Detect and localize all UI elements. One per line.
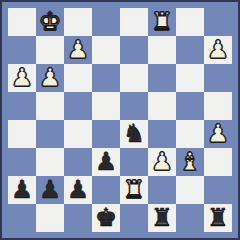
square-e5[interactable] xyxy=(120,92,148,120)
square-g1[interactable] xyxy=(176,204,204,232)
white-pawn-piece: ♟ xyxy=(11,64,33,92)
square-c8[interactable] xyxy=(64,8,92,36)
square-g2[interactable] xyxy=(176,176,204,204)
square-c5[interactable] xyxy=(64,92,92,120)
square-c4[interactable] xyxy=(64,120,92,148)
white-rook-piece: ♜ xyxy=(151,8,173,36)
black-rook-piece: ♜ xyxy=(151,204,173,232)
square-e2[interactable]: ♜ xyxy=(120,176,148,204)
white-pawn-piece: ♟ xyxy=(207,120,229,148)
square-h5[interactable] xyxy=(204,92,232,120)
square-d6[interactable] xyxy=(92,64,120,92)
square-h3[interactable] xyxy=(204,148,232,176)
square-d7[interactable] xyxy=(92,36,120,64)
square-d1[interactable]: ♚ xyxy=(92,204,120,232)
square-c3[interactable] xyxy=(64,148,92,176)
square-b2[interactable]: ♟ xyxy=(36,176,64,204)
square-b1[interactable] xyxy=(36,204,64,232)
square-c6[interactable] xyxy=(64,64,92,92)
square-h1[interactable]: ♜ xyxy=(204,204,232,232)
square-g4[interactable] xyxy=(176,120,204,148)
square-a5[interactable] xyxy=(8,92,36,120)
square-e3[interactable] xyxy=(120,148,148,176)
square-b3[interactable] xyxy=(36,148,64,176)
square-a7[interactable] xyxy=(8,36,36,64)
square-e6[interactable] xyxy=(120,64,148,92)
square-a4[interactable] xyxy=(8,120,36,148)
square-g7[interactable] xyxy=(176,36,204,64)
square-h8[interactable] xyxy=(204,8,232,36)
white-pawn-piece: ♟ xyxy=(67,36,89,64)
square-f6[interactable] xyxy=(148,64,176,92)
white-pawn-piece: ♟ xyxy=(151,148,173,176)
square-a3[interactable] xyxy=(8,148,36,176)
square-b7[interactable] xyxy=(36,36,64,64)
square-f5[interactable] xyxy=(148,92,176,120)
square-h4[interactable]: ♟ xyxy=(204,120,232,148)
square-a1[interactable] xyxy=(8,204,36,232)
square-d2[interactable] xyxy=(92,176,120,204)
square-h6[interactable] xyxy=(204,64,232,92)
square-a2[interactable]: ♟ xyxy=(8,176,36,204)
square-g5[interactable] xyxy=(176,92,204,120)
square-b8[interactable]: ♚ xyxy=(36,8,64,36)
white-bishop-piece: ♝ xyxy=(179,148,201,176)
square-a8[interactable] xyxy=(8,8,36,36)
square-b5[interactable] xyxy=(36,92,64,120)
square-d8[interactable] xyxy=(92,8,120,36)
square-d3[interactable]: ♟ xyxy=(92,148,120,176)
square-e1[interactable] xyxy=(120,204,148,232)
black-pawn-piece: ♟ xyxy=(95,148,117,176)
white-rook-piece: ♜ xyxy=(123,176,145,204)
square-g6[interactable] xyxy=(176,64,204,92)
square-c1[interactable] xyxy=(64,204,92,232)
white-king-piece: ♚ xyxy=(39,8,61,36)
square-d5[interactable] xyxy=(92,92,120,120)
chess-diagram: ♚♜♟♟♟♟♞♟♟♟♝♟♟♟♜♚♜♜ xyxy=(0,0,240,240)
black-pawn-piece: ♟ xyxy=(67,176,89,204)
square-e7[interactable] xyxy=(120,36,148,64)
square-d4[interactable] xyxy=(92,120,120,148)
square-f2[interactable] xyxy=(148,176,176,204)
square-b4[interactable] xyxy=(36,120,64,148)
square-f4[interactable] xyxy=(148,120,176,148)
black-rook-piece: ♜ xyxy=(207,204,229,232)
square-f8[interactable]: ♜ xyxy=(148,8,176,36)
square-c7[interactable]: ♟ xyxy=(64,36,92,64)
white-pawn-piece: ♟ xyxy=(207,36,229,64)
square-e8[interactable] xyxy=(120,8,148,36)
square-f3[interactable]: ♟ xyxy=(148,148,176,176)
white-pawn-piece: ♟ xyxy=(39,64,61,92)
square-f1[interactable]: ♜ xyxy=(148,204,176,232)
black-pawn-piece: ♟ xyxy=(39,176,61,204)
square-b6[interactable]: ♟ xyxy=(36,64,64,92)
black-king-piece: ♚ xyxy=(95,204,117,232)
square-c2[interactable]: ♟ xyxy=(64,176,92,204)
black-knight-piece: ♞ xyxy=(123,120,145,148)
chess-board: ♚♜♟♟♟♟♞♟♟♟♝♟♟♟♜♚♜♜ xyxy=(8,8,232,232)
square-a6[interactable]: ♟ xyxy=(8,64,36,92)
square-e4[interactable]: ♞ xyxy=(120,120,148,148)
square-h2[interactable] xyxy=(204,176,232,204)
square-g8[interactable] xyxy=(176,8,204,36)
square-g3[interactable]: ♝ xyxy=(176,148,204,176)
square-h7[interactable]: ♟ xyxy=(204,36,232,64)
square-f7[interactable] xyxy=(148,36,176,64)
black-pawn-piece: ♟ xyxy=(11,176,33,204)
